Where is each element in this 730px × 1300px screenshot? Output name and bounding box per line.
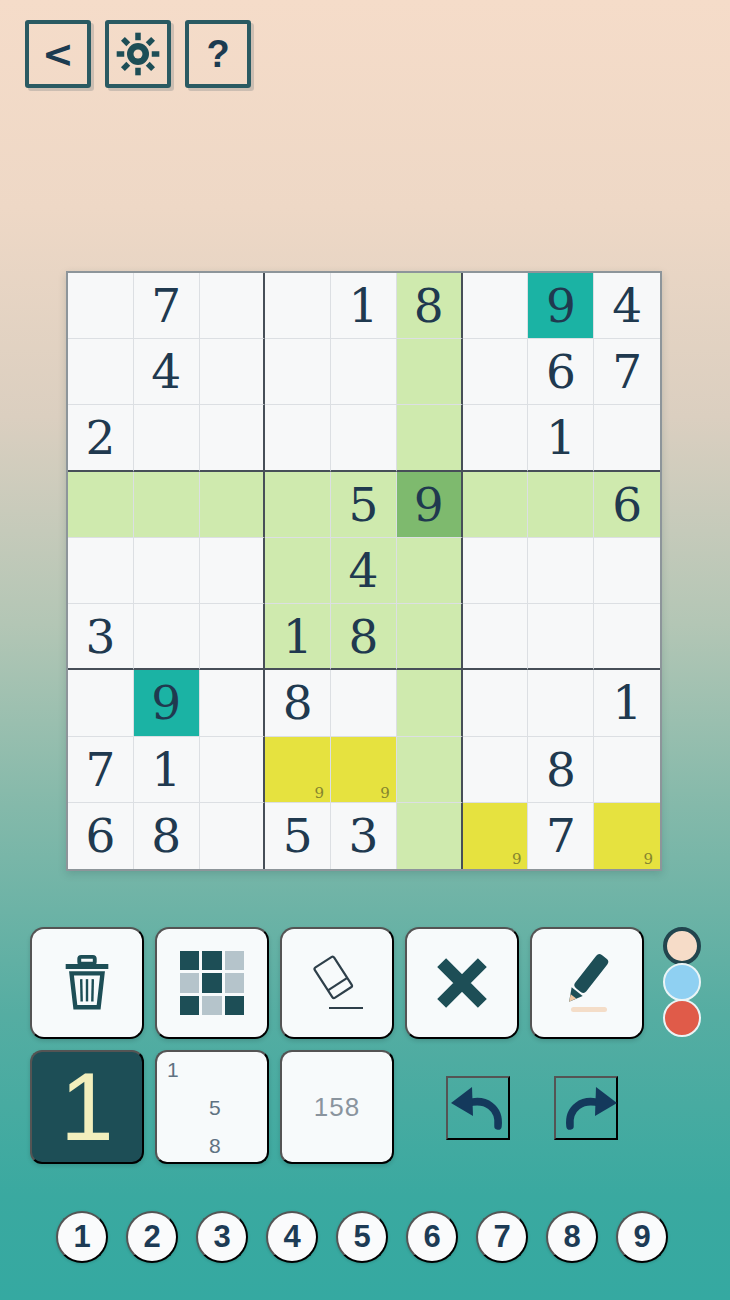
cell-r4c9[interactable]: 6 (594, 472, 660, 538)
numpad-9[interactable]: 9 (616, 1211, 668, 1263)
cell-r7c4[interactable]: 8 (265, 670, 331, 736)
cell-r4c7[interactable] (463, 472, 529, 538)
back-button[interactable]: < (25, 20, 91, 88)
cell-r1c3[interactable] (200, 273, 266, 339)
cell-r9c3[interactable] (200, 803, 266, 869)
cell-r3c2[interactable] (134, 405, 200, 471)
settings-button[interactable] (105, 20, 171, 88)
cell-r2c4[interactable] (265, 339, 331, 405)
cell-r7c2[interactable]: 9 (134, 670, 200, 736)
cell-r3c8[interactable]: 1 (528, 405, 594, 471)
cell-value: 5 (349, 481, 379, 528)
cell-r7c7[interactable] (463, 670, 529, 736)
cell-r3c7[interactable] (463, 405, 529, 471)
cell-r3c3[interactable] (200, 405, 266, 471)
cell-r9c2[interactable]: 8 (134, 803, 200, 869)
notes-mark-1: 1 (167, 1058, 179, 1082)
cell-r6c2[interactable] (134, 604, 200, 670)
cell-value: 6 (546, 348, 576, 395)
cell-r8c1[interactable]: 7 (68, 737, 134, 803)
redo-icon (556, 1078, 620, 1142)
digit-input-mode-button[interactable]: 1 (30, 1050, 144, 1164)
cross-out-button[interactable] (405, 927, 519, 1039)
cell-r9c1[interactable]: 6 (68, 803, 134, 869)
delete-button[interactable] (30, 927, 144, 1039)
grid-pattern-icon (180, 951, 244, 1015)
cell-value: 2 (85, 414, 115, 461)
cell-r8c9[interactable] (594, 737, 660, 803)
cell-value: 1 (151, 746, 181, 793)
cell-r5c9[interactable] (594, 538, 660, 604)
cell-r6c4[interactable]: 1 (265, 604, 331, 670)
number-pad: 123456789 (56, 1211, 668, 1263)
cell-r8c7[interactable] (463, 737, 529, 803)
pencil-icon (555, 951, 619, 1015)
cell-r8c2[interactable]: 1 (134, 737, 200, 803)
cell-r5c4[interactable] (265, 538, 331, 604)
cell-r2c3[interactable] (200, 339, 266, 405)
cell-r9c8[interactable]: 7 (528, 803, 594, 869)
numpad-6[interactable]: 6 (406, 1211, 458, 1263)
cell-r6c9[interactable] (594, 604, 660, 670)
cell-r4c4[interactable] (265, 472, 331, 538)
cell-r7c6[interactable] (397, 670, 463, 736)
cell-value: 7 (85, 746, 115, 793)
eraser-icon (305, 951, 369, 1015)
cell-r4c3[interactable] (200, 472, 266, 538)
cell-value: 9 (151, 679, 181, 726)
cell-value: 7 (612, 348, 642, 395)
cell-r3c6[interactable] (397, 405, 463, 471)
cell-r9c9[interactable]: 9 (594, 803, 660, 869)
numpad-5[interactable]: 5 (336, 1211, 388, 1263)
cell-value: 9 (546, 282, 576, 329)
cell-r5c8[interactable] (528, 538, 594, 604)
cell-r1c8[interactable]: 9 (528, 273, 594, 339)
cell-value: 4 (151, 348, 181, 395)
cell-r2c9[interactable]: 7 (594, 339, 660, 405)
cell-r2c5[interactable] (331, 339, 397, 405)
cell-r1c7[interactable] (463, 273, 529, 339)
trash-icon (56, 952, 118, 1014)
notes-mark-5: 5 (209, 1096, 221, 1120)
cell-r7c9[interactable]: 1 (594, 670, 660, 736)
cell-r2c7[interactable] (463, 339, 529, 405)
numpad-8[interactable]: 8 (546, 1211, 598, 1263)
numpad-1[interactable]: 1 (56, 1211, 108, 1263)
cell-r9c5[interactable]: 3 (331, 803, 397, 869)
cell-r4c8[interactable] (528, 472, 594, 538)
sudoku-board: 71894467215964318981719986853979 (66, 271, 662, 871)
cell-r5c1[interactable] (68, 538, 134, 604)
cell-value: 8 (349, 613, 379, 660)
cell-value: 8 (414, 282, 444, 329)
cell-r6c1[interactable]: 3 (68, 604, 134, 670)
cell-r3c4[interactable] (265, 405, 331, 471)
corner-notes-mode-button[interactable]: 1 5 8 (155, 1050, 269, 1164)
cell-r9c4[interactable]: 5 (265, 803, 331, 869)
cell-r6c6[interactable] (397, 604, 463, 670)
cell-r2c2[interactable]: 4 (134, 339, 200, 405)
cell-r8c3[interactable] (200, 737, 266, 803)
center-notes-label: 158 (314, 1092, 360, 1123)
back-icon: < (42, 32, 74, 76)
cell-r8c8[interactable]: 8 (528, 737, 594, 803)
cell-r9c7[interactable]: 9 (463, 803, 529, 869)
cell-r6c8[interactable] (528, 604, 594, 670)
cell-r5c5[interactable]: 4 (331, 538, 397, 604)
cell-value: 4 (349, 547, 379, 594)
color-dot-red[interactable] (663, 999, 701, 1037)
cell-r5c7[interactable] (463, 538, 529, 604)
cell-r5c3[interactable] (200, 538, 266, 604)
cell-r1c1[interactable] (68, 273, 134, 339)
cell-value: 3 (85, 613, 115, 660)
cell-value: 7 (151, 282, 181, 329)
cell-r3c9[interactable] (594, 405, 660, 471)
cell-value: 1 (546, 414, 576, 461)
pencil-mark-9: 9 (512, 850, 522, 868)
help-button[interactable]: ? (185, 20, 251, 88)
cell-r1c5[interactable]: 1 (331, 273, 397, 339)
cell-r8c6[interactable] (397, 737, 463, 803)
cell-value: 9 (414, 481, 444, 528)
cell-r4c1[interactable] (68, 472, 134, 538)
cell-r1c2[interactable]: 7 (134, 273, 200, 339)
color-dot-peach-selected[interactable] (663, 927, 701, 965)
cell-value: 7 (546, 812, 576, 859)
cell-value: 1 (612, 679, 642, 726)
cell-r7c3[interactable] (200, 670, 266, 736)
cell-r7c1[interactable] (68, 670, 134, 736)
pencil-mark-9: 9 (315, 784, 325, 802)
cell-r5c6[interactable] (397, 538, 463, 604)
cell-value: 5 (283, 812, 313, 859)
pencil-mark-9: 9 (643, 850, 653, 868)
cell-r4c2[interactable] (134, 472, 200, 538)
cell-r7c8[interactable] (528, 670, 594, 736)
cell-value: 8 (546, 746, 576, 793)
cell-r1c4[interactable] (265, 273, 331, 339)
cell-r6c3[interactable] (200, 604, 266, 670)
cell-r3c1[interactable]: 2 (68, 405, 134, 471)
cross-icon (431, 952, 493, 1014)
cell-r8c5[interactable]: 9 (331, 737, 397, 803)
cell-r3c5[interactable] (331, 405, 397, 471)
cell-value: 1 (349, 282, 379, 329)
numpad-2[interactable]: 2 (126, 1211, 178, 1263)
cell-r2c8[interactable]: 6 (528, 339, 594, 405)
cell-r5c2[interactable] (134, 538, 200, 604)
redo-button[interactable] (554, 1076, 618, 1140)
cell-r4c6[interactable]: 9 (397, 472, 463, 538)
cell-r1c9[interactable]: 4 (594, 273, 660, 339)
numpad-3[interactable]: 3 (196, 1211, 248, 1263)
cell-value: 8 (283, 679, 313, 726)
cell-r6c5[interactable]: 8 (331, 604, 397, 670)
cell-value: 3 (349, 812, 379, 859)
cell-r7c5[interactable] (331, 670, 397, 736)
erase-button[interactable] (280, 927, 394, 1039)
cell-value: 6 (85, 812, 115, 859)
pencil-mode-button[interactable] (530, 927, 644, 1039)
cell-value: 6 (612, 481, 642, 528)
board-style-button[interactable] (155, 927, 269, 1039)
numpad-4[interactable]: 4 (266, 1211, 318, 1263)
undo-icon (448, 1078, 512, 1142)
digit-mode-label: 1 (60, 1059, 113, 1155)
cell-value: 1 (283, 613, 313, 660)
cell-value: 8 (151, 812, 181, 859)
notes-mark-8: 8 (209, 1134, 221, 1158)
cell-r4c5[interactable]: 5 (331, 472, 397, 538)
cell-r1c6[interactable]: 8 (397, 273, 463, 339)
sudoku-app: < ? 71894467215964318981719986853979 (0, 0, 730, 1300)
cell-value: 4 (612, 282, 642, 329)
cell-r6c7[interactable] (463, 604, 529, 670)
cell-r2c6[interactable] (397, 339, 463, 405)
center-notes-mode-button[interactable]: 158 (280, 1050, 394, 1164)
help-icon: ? (206, 33, 229, 76)
pencil-mark-9: 9 (380, 784, 390, 802)
cell-r8c4[interactable]: 9 (265, 737, 331, 803)
cell-r2c1[interactable] (68, 339, 134, 405)
undo-button[interactable] (446, 1076, 510, 1140)
cell-r9c6[interactable] (397, 803, 463, 869)
color-dot-blue[interactable] (663, 963, 701, 1001)
gear-icon (116, 32, 160, 76)
numpad-7[interactable]: 7 (476, 1211, 528, 1263)
